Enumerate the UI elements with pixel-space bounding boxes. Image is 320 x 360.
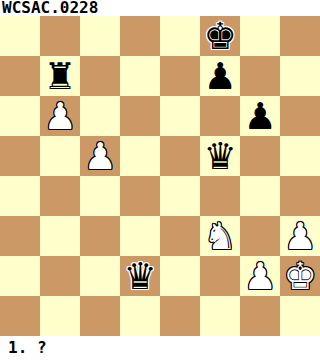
square-c4[interactable] xyxy=(80,176,120,216)
square-e8[interactable] xyxy=(160,16,200,56)
square-a8[interactable] xyxy=(0,16,40,56)
square-d2[interactable]: ♛ xyxy=(120,256,160,296)
square-b4[interactable] xyxy=(40,176,80,216)
square-g6[interactable]: ♟ xyxy=(240,96,280,136)
square-c7[interactable] xyxy=(80,56,120,96)
square-c3[interactable] xyxy=(80,216,120,256)
square-e5[interactable] xyxy=(160,136,200,176)
square-a4[interactable] xyxy=(0,176,40,216)
square-f5[interactable]: ♛ xyxy=(200,136,240,176)
piece-white-knight[interactable]: ♞ xyxy=(203,218,236,255)
square-a6[interactable] xyxy=(0,96,40,136)
square-b3[interactable] xyxy=(40,216,80,256)
square-c1[interactable] xyxy=(80,296,120,336)
piece-white-pawn[interactable]: ♟ xyxy=(83,138,116,175)
square-a7[interactable] xyxy=(0,56,40,96)
square-d6[interactable] xyxy=(120,96,160,136)
square-g5[interactable] xyxy=(240,136,280,176)
square-h4[interactable] xyxy=(280,176,320,216)
square-c8[interactable] xyxy=(80,16,120,56)
square-c6[interactable] xyxy=(80,96,120,136)
piece-black-queen[interactable]: ♛ xyxy=(203,138,236,175)
square-g8[interactable] xyxy=(240,16,280,56)
square-h7[interactable] xyxy=(280,56,320,96)
piece-black-pawn[interactable]: ♟ xyxy=(203,58,236,95)
piece-black-pawn[interactable]: ♟ xyxy=(243,98,276,135)
puzzle-id: WCSAC.0228 xyxy=(0,0,320,16)
square-a5[interactable] xyxy=(0,136,40,176)
square-d4[interactable] xyxy=(120,176,160,216)
square-b7[interactable]: ♜ xyxy=(40,56,80,96)
square-f1[interactable] xyxy=(200,296,240,336)
piece-black-queen[interactable]: ♛ xyxy=(123,258,156,295)
square-d1[interactable] xyxy=(120,296,160,336)
square-h8[interactable] xyxy=(280,16,320,56)
square-e2[interactable] xyxy=(160,256,200,296)
square-b2[interactable] xyxy=(40,256,80,296)
piece-white-pawn[interactable]: ♟ xyxy=(243,258,276,295)
square-e6[interactable] xyxy=(160,96,200,136)
square-e7[interactable] xyxy=(160,56,200,96)
piece-black-king[interactable]: ♚ xyxy=(203,18,236,55)
square-c5[interactable]: ♟ xyxy=(80,136,120,176)
square-f3[interactable]: ♞ xyxy=(200,216,240,256)
square-b5[interactable] xyxy=(40,136,80,176)
square-b6[interactable]: ♟ xyxy=(40,96,80,136)
piece-white-pawn[interactable]: ♟ xyxy=(43,98,76,135)
square-a2[interactable] xyxy=(0,256,40,296)
square-e3[interactable] xyxy=(160,216,200,256)
square-e1[interactable] xyxy=(160,296,200,336)
square-b1[interactable] xyxy=(40,296,80,336)
piece-white-pawn[interactable]: ♟ xyxy=(283,218,316,255)
square-d5[interactable] xyxy=(120,136,160,176)
square-b8[interactable] xyxy=(40,16,80,56)
square-a1[interactable] xyxy=(0,296,40,336)
square-d7[interactable] xyxy=(120,56,160,96)
square-f2[interactable] xyxy=(200,256,240,296)
square-f4[interactable] xyxy=(200,176,240,216)
square-h1[interactable] xyxy=(280,296,320,336)
piece-black-rook[interactable]: ♜ xyxy=(43,58,76,95)
square-d8[interactable] xyxy=(120,16,160,56)
square-e4[interactable] xyxy=(160,176,200,216)
square-h6[interactable] xyxy=(280,96,320,136)
square-g4[interactable] xyxy=(240,176,280,216)
square-g7[interactable] xyxy=(240,56,280,96)
square-g2[interactable]: ♟ xyxy=(240,256,280,296)
square-f8[interactable]: ♚ xyxy=(200,16,240,56)
square-h2[interactable]: ♚ xyxy=(280,256,320,296)
square-g3[interactable] xyxy=(240,216,280,256)
chess-board: ♚♜♟♟♟♟♛♞♟♛♟♚ xyxy=(0,16,320,336)
move-prompt: 1. ? xyxy=(0,336,320,360)
square-f6[interactable] xyxy=(200,96,240,136)
square-h3[interactable]: ♟ xyxy=(280,216,320,256)
square-h5[interactable] xyxy=(280,136,320,176)
square-f7[interactable]: ♟ xyxy=(200,56,240,96)
piece-white-king[interactable]: ♚ xyxy=(283,258,316,295)
square-c2[interactable] xyxy=(80,256,120,296)
square-d3[interactable] xyxy=(120,216,160,256)
square-a3[interactable] xyxy=(0,216,40,256)
square-g1[interactable] xyxy=(240,296,280,336)
